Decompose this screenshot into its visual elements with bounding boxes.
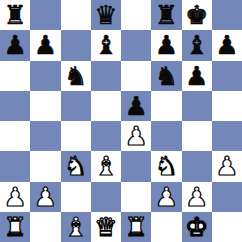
white-rook[interactable]: ♜ bbox=[124, 214, 147, 240]
square-d6[interactable] bbox=[91, 61, 121, 91]
square-c7[interactable] bbox=[61, 30, 91, 60]
square-c8[interactable] bbox=[61, 0, 91, 30]
square-d8[interactable]: ♛ bbox=[91, 0, 121, 30]
square-a2[interactable]: ♟ bbox=[0, 182, 30, 212]
square-e5[interactable]: ♟ bbox=[121, 91, 151, 121]
black-bishop[interactable]: ♝ bbox=[94, 32, 117, 58]
square-e6[interactable] bbox=[121, 61, 151, 91]
black-pawn[interactable]: ♟ bbox=[155, 32, 178, 58]
square-h8[interactable] bbox=[212, 0, 242, 30]
square-b8[interactable] bbox=[30, 0, 60, 30]
square-c2[interactable] bbox=[61, 182, 91, 212]
square-g1[interactable]: ♚ bbox=[182, 212, 212, 242]
square-c3[interactable]: ♞ bbox=[61, 151, 91, 181]
black-bishop[interactable]: ♝ bbox=[185, 32, 208, 58]
white-knight[interactable]: ♞ bbox=[155, 153, 178, 179]
square-a8[interactable]: ♜ bbox=[0, 0, 30, 30]
square-b4[interactable] bbox=[30, 121, 60, 151]
white-queen[interactable]: ♛ bbox=[94, 214, 117, 240]
square-b3[interactable] bbox=[30, 151, 60, 181]
black-king[interactable]: ♚ bbox=[185, 2, 208, 28]
white-pawn[interactable]: ♟ bbox=[3, 184, 26, 210]
square-d7[interactable]: ♝ bbox=[91, 30, 121, 60]
white-bishop[interactable]: ♝ bbox=[64, 214, 87, 240]
black-rook[interactable]: ♜ bbox=[155, 2, 178, 28]
square-f6[interactable]: ♞ bbox=[151, 61, 181, 91]
white-pawn[interactable]: ♟ bbox=[124, 123, 147, 149]
black-queen[interactable]: ♛ bbox=[94, 2, 117, 28]
square-b1[interactable] bbox=[30, 212, 60, 242]
square-e7[interactable] bbox=[121, 30, 151, 60]
square-d4[interactable] bbox=[91, 121, 121, 151]
square-e2[interactable] bbox=[121, 182, 151, 212]
square-a1[interactable]: ♜ bbox=[0, 212, 30, 242]
chess-board: ♜♛♜♚♟♟♝♟♝♟♞♞♟♟♟♞♝♞♟♟♟♟♟♜♝♛♜♚ bbox=[0, 0, 242, 242]
white-pawn[interactable]: ♟ bbox=[34, 184, 57, 210]
square-d5[interactable] bbox=[91, 91, 121, 121]
square-h3[interactable]: ♟ bbox=[212, 151, 242, 181]
black-pawn[interactable]: ♟ bbox=[124, 93, 147, 119]
square-g8[interactable]: ♚ bbox=[182, 0, 212, 30]
square-a5[interactable] bbox=[0, 91, 30, 121]
white-rook[interactable]: ♜ bbox=[3, 214, 26, 240]
square-f7[interactable]: ♟ bbox=[151, 30, 181, 60]
black-knight[interactable]: ♞ bbox=[64, 63, 87, 89]
square-h6[interactable] bbox=[212, 61, 242, 91]
square-e3[interactable] bbox=[121, 151, 151, 181]
square-e8[interactable] bbox=[121, 0, 151, 30]
square-f5[interactable] bbox=[151, 91, 181, 121]
black-pawn[interactable]: ♟ bbox=[34, 32, 57, 58]
square-e4[interactable]: ♟ bbox=[121, 121, 151, 151]
square-c4[interactable] bbox=[61, 121, 91, 151]
square-g4[interactable] bbox=[182, 121, 212, 151]
white-pawn[interactable]: ♟ bbox=[185, 184, 208, 210]
square-h7[interactable]: ♟ bbox=[212, 30, 242, 60]
white-knight[interactable]: ♞ bbox=[64, 153, 87, 179]
square-f3[interactable]: ♞ bbox=[151, 151, 181, 181]
black-rook[interactable]: ♜ bbox=[3, 2, 26, 28]
square-a3[interactable] bbox=[0, 151, 30, 181]
square-f1[interactable] bbox=[151, 212, 181, 242]
square-h2[interactable] bbox=[212, 182, 242, 212]
square-h4[interactable] bbox=[212, 121, 242, 151]
square-d2[interactable] bbox=[91, 182, 121, 212]
square-g6[interactable]: ♟ bbox=[182, 61, 212, 91]
square-d3[interactable]: ♝ bbox=[91, 151, 121, 181]
square-g5[interactable] bbox=[182, 91, 212, 121]
square-c5[interactable] bbox=[61, 91, 91, 121]
square-b5[interactable] bbox=[30, 91, 60, 121]
square-a4[interactable] bbox=[0, 121, 30, 151]
black-pawn[interactable]: ♟ bbox=[185, 63, 208, 89]
white-bishop[interactable]: ♝ bbox=[94, 153, 117, 179]
black-pawn[interactable]: ♟ bbox=[215, 32, 238, 58]
square-h1[interactable] bbox=[212, 212, 242, 242]
square-g7[interactable]: ♝ bbox=[182, 30, 212, 60]
black-knight[interactable]: ♞ bbox=[155, 63, 178, 89]
white-king[interactable]: ♚ bbox=[185, 214, 208, 240]
square-b7[interactable]: ♟ bbox=[30, 30, 60, 60]
black-pawn[interactable]: ♟ bbox=[3, 32, 26, 58]
square-b6[interactable] bbox=[30, 61, 60, 91]
white-pawn[interactable]: ♟ bbox=[155, 184, 178, 210]
square-h5[interactable] bbox=[212, 91, 242, 121]
white-pawn[interactable]: ♟ bbox=[215, 153, 238, 179]
square-e1[interactable]: ♜ bbox=[121, 212, 151, 242]
square-a6[interactable] bbox=[0, 61, 30, 91]
square-d1[interactable]: ♛ bbox=[91, 212, 121, 242]
square-g3[interactable] bbox=[182, 151, 212, 181]
square-f8[interactable]: ♜ bbox=[151, 0, 181, 30]
square-b2[interactable]: ♟ bbox=[30, 182, 60, 212]
square-f2[interactable]: ♟ bbox=[151, 182, 181, 212]
square-c1[interactable]: ♝ bbox=[61, 212, 91, 242]
square-g2[interactable]: ♟ bbox=[182, 182, 212, 212]
square-c6[interactable]: ♞ bbox=[61, 61, 91, 91]
square-f4[interactable] bbox=[151, 121, 181, 151]
square-a7[interactable]: ♟ bbox=[0, 30, 30, 60]
